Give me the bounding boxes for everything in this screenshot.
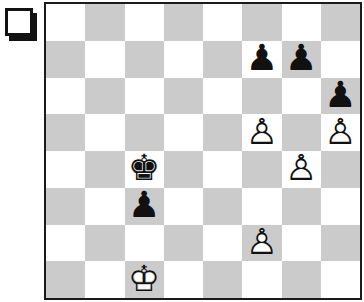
- square-b4[interactable]: [85, 151, 124, 188]
- square-f4[interactable]: [242, 151, 281, 188]
- square-c4[interactable]: ♚: [125, 151, 164, 188]
- chess-board: ♟♟♟♟♙♟♙♚♟♙♟♟♙♚♔: [44, 2, 362, 300]
- square-g2[interactable]: [282, 225, 321, 262]
- square-h6[interactable]: ♟: [321, 78, 360, 115]
- piece-white-pawn: ♙: [321, 113, 360, 150]
- piece-black-king: ♚: [125, 150, 164, 187]
- square-f2[interactable]: ♟♙: [242, 225, 281, 262]
- piece-black-pawn: ♟: [125, 187, 164, 224]
- square-c8[interactable]: [125, 4, 164, 41]
- square-g1[interactable]: [282, 261, 321, 298]
- square-a5[interactable]: [46, 114, 85, 151]
- square-e6[interactable]: [203, 78, 242, 115]
- piece-fill: ♟: [242, 224, 281, 261]
- square-d3[interactable]: [164, 188, 203, 225]
- square-a1[interactable]: [46, 261, 85, 298]
- white-to-move-indicator: [5, 8, 33, 36]
- piece-black-pawn: ♟: [242, 40, 281, 77]
- square-a6[interactable]: [46, 78, 85, 115]
- square-f3[interactable]: [242, 188, 281, 225]
- square-c5[interactable]: [125, 114, 164, 151]
- piece-fill: ♟: [321, 113, 360, 150]
- square-h5[interactable]: ♟♙: [321, 114, 360, 151]
- square-g8[interactable]: [282, 4, 321, 41]
- square-a4[interactable]: [46, 151, 85, 188]
- square-e5[interactable]: [203, 114, 242, 151]
- square-a2[interactable]: [46, 225, 85, 262]
- square-h8[interactable]: [321, 4, 360, 41]
- square-c2[interactable]: [125, 225, 164, 262]
- chess-diagram-page: ♟♟♟♟♙♟♙♚♟♙♟♟♙♚♔: [0, 0, 364, 302]
- square-d4[interactable]: [164, 151, 203, 188]
- square-b2[interactable]: [85, 225, 124, 262]
- piece-white-pawn: ♙: [242, 113, 281, 150]
- square-g4[interactable]: ♟♙: [282, 151, 321, 188]
- square-e2[interactable]: [203, 225, 242, 262]
- piece-white-king: ♔: [125, 260, 164, 297]
- piece-black-pawn: ♟: [321, 77, 360, 114]
- square-d5[interactable]: [164, 114, 203, 151]
- square-f8[interactable]: [242, 4, 281, 41]
- square-e3[interactable]: [203, 188, 242, 225]
- square-h4[interactable]: [321, 151, 360, 188]
- square-d7[interactable]: [164, 41, 203, 78]
- square-b1[interactable]: [85, 261, 124, 298]
- piece-fill: ♚: [125, 260, 164, 297]
- square-f7[interactable]: ♟: [242, 41, 281, 78]
- square-f5[interactable]: ♟♙: [242, 114, 281, 151]
- square-e7[interactable]: [203, 41, 242, 78]
- square-f6[interactable]: [242, 78, 281, 115]
- square-c7[interactable]: [125, 41, 164, 78]
- square-a7[interactable]: [46, 41, 85, 78]
- square-d6[interactable]: [164, 78, 203, 115]
- piece-white-pawn: ♙: [242, 224, 281, 261]
- square-a8[interactable]: [46, 4, 85, 41]
- square-c6[interactable]: [125, 78, 164, 115]
- square-h1[interactable]: [321, 261, 360, 298]
- square-b6[interactable]: [85, 78, 124, 115]
- square-f1[interactable]: [242, 261, 281, 298]
- piece-fill: ♟: [242, 113, 281, 150]
- square-b7[interactable]: [85, 41, 124, 78]
- square-g6[interactable]: [282, 78, 321, 115]
- piece-white-pawn: ♙: [282, 150, 321, 187]
- square-h3[interactable]: [321, 188, 360, 225]
- square-h2[interactable]: [321, 225, 360, 262]
- square-e4[interactable]: [203, 151, 242, 188]
- square-d8[interactable]: [164, 4, 203, 41]
- square-d2[interactable]: [164, 225, 203, 262]
- square-h7[interactable]: [321, 41, 360, 78]
- square-d1[interactable]: [164, 261, 203, 298]
- piece-fill: ♟: [282, 150, 321, 187]
- square-c1[interactable]: ♚♔: [125, 261, 164, 298]
- square-g3[interactable]: [282, 188, 321, 225]
- square-g7[interactable]: ♟: [282, 41, 321, 78]
- square-e1[interactable]: [203, 261, 242, 298]
- square-b5[interactable]: [85, 114, 124, 151]
- square-c3[interactable]: ♟: [125, 188, 164, 225]
- square-e8[interactable]: [203, 4, 242, 41]
- square-b8[interactable]: [85, 4, 124, 41]
- square-g5[interactable]: [282, 114, 321, 151]
- piece-black-pawn: ♟: [282, 40, 321, 77]
- square-a3[interactable]: [46, 188, 85, 225]
- square-b3[interactable]: [85, 188, 124, 225]
